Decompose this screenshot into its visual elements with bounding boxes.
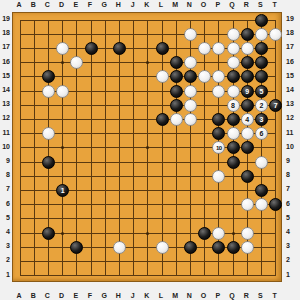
bottom-col-label-M: M — [169, 292, 181, 299]
move-1-stone-black-D7[interactable]: 1 — [56, 184, 69, 197]
stone-white-N16[interactable] — [184, 56, 197, 69]
stone-white-O17[interactable] — [198, 42, 211, 55]
move-4-stone-white-R12[interactable]: 4 — [241, 113, 254, 126]
star-point-D4 — [61, 232, 64, 235]
stone-black-M14[interactable] — [170, 85, 183, 98]
bottom-col-label-J: J — [127, 292, 139, 299]
right-row-label-6: 6 — [286, 200, 299, 207]
grid-line-horizontal-2 — [20, 261, 277, 262]
stone-white-E16[interactable] — [70, 56, 83, 69]
top-col-label-B: B — [27, 1, 39, 8]
top-col-label-C: C — [41, 1, 53, 8]
right-row-label-2: 2 — [286, 256, 299, 263]
left-row-label-10: 10 — [0, 143, 10, 150]
left-row-label-3: 3 — [0, 242, 10, 249]
bottom-col-label-R: R — [240, 292, 252, 299]
stone-black-S17[interactable] — [255, 42, 268, 55]
stone-black-S19[interactable] — [255, 14, 268, 27]
stone-white-D14[interactable] — [56, 85, 69, 98]
star-point-D10 — [61, 146, 64, 149]
move-5-stone-black-S14[interactable]: 5 — [255, 85, 268, 98]
right-row-label-1: 1 — [286, 271, 299, 278]
stone-white-R11[interactable] — [241, 127, 254, 140]
bottom-col-label-N: N — [183, 292, 195, 299]
stone-white-S9[interactable] — [255, 156, 268, 169]
stone-black-P12[interactable] — [212, 113, 225, 126]
top-col-label-Q: Q — [226, 1, 238, 8]
stone-black-N3[interactable] — [184, 241, 197, 254]
stone-black-R8[interactable] — [241, 170, 254, 183]
left-row-label-13: 13 — [0, 100, 10, 107]
stone-black-Q9[interactable] — [227, 156, 240, 169]
stone-black-Q15[interactable] — [227, 70, 240, 83]
bottom-col-label-B: B — [27, 292, 39, 299]
stone-black-M15[interactable] — [170, 70, 183, 83]
top-col-label-E: E — [70, 1, 82, 8]
bottom-col-label-A: A — [13, 292, 25, 299]
move-6-stone-white-S11[interactable]: 6 — [255, 127, 268, 140]
stone-black-T6[interactable] — [269, 198, 282, 211]
bottom-col-label-P: P — [212, 292, 224, 299]
stone-white-C11[interactable] — [42, 127, 55, 140]
grid-line-horizontal-8 — [20, 176, 277, 177]
stone-black-M13[interactable] — [170, 99, 183, 112]
stone-black-Q10[interactable] — [227, 141, 240, 154]
stone-white-P15[interactable] — [212, 70, 225, 83]
star-point-K16 — [146, 61, 149, 64]
top-col-label-L: L — [155, 1, 167, 8]
left-row-label-19: 19 — [0, 15, 10, 22]
stone-black-L12[interactable] — [156, 113, 169, 126]
left-row-label-8: 8 — [0, 171, 10, 178]
right-row-label-3: 3 — [286, 242, 299, 249]
bottom-col-label-O: O — [198, 292, 210, 299]
stone-black-Q12[interactable] — [227, 113, 240, 126]
stone-white-Q11[interactable] — [227, 127, 240, 140]
grid-line-horizontal-6 — [20, 204, 277, 205]
left-row-label-7: 7 — [0, 185, 10, 192]
left-row-label-2: 2 — [0, 256, 10, 263]
grid-line-vertical-L — [162, 20, 163, 277]
stone-black-F17[interactable] — [85, 42, 98, 55]
top-col-label-H: H — [112, 1, 124, 8]
right-row-label-16: 16 — [286, 58, 299, 65]
stone-white-P14[interactable] — [212, 85, 225, 98]
right-row-label-5: 5 — [286, 214, 299, 221]
left-row-label-4: 4 — [0, 228, 10, 235]
go-diagram-frame: 95827436101 AABBCCDDEEFFGGHHJJKKLLMMNNOO… — [0, 0, 300, 300]
stone-black-R16[interactable] — [241, 56, 254, 69]
stone-white-Q18[interactable] — [227, 28, 240, 41]
stone-white-L3[interactable] — [156, 241, 169, 254]
top-col-label-G: G — [98, 1, 110, 8]
top-col-label-O: O — [198, 1, 210, 8]
star-point-Q4 — [232, 232, 235, 235]
top-col-label-A: A — [13, 1, 25, 8]
left-row-label-1: 1 — [0, 271, 10, 278]
right-row-label-10: 10 — [286, 143, 299, 150]
right-row-label-8: 8 — [286, 171, 299, 178]
stone-white-R17[interactable] — [241, 42, 254, 55]
right-row-label-19: 19 — [286, 15, 299, 22]
go-board[interactable]: 95827436101 — [12, 12, 282, 282]
left-row-label-5: 5 — [0, 214, 10, 221]
stone-white-Q16[interactable] — [227, 56, 240, 69]
bottom-col-label-K: K — [141, 292, 153, 299]
bottom-col-label-Q: Q — [226, 292, 238, 299]
stone-black-O4[interactable] — [198, 227, 211, 240]
top-col-label-F: F — [84, 1, 96, 8]
top-col-label-R: R — [240, 1, 252, 8]
stone-white-C14[interactable] — [42, 85, 55, 98]
left-row-label-6: 6 — [0, 200, 10, 207]
stone-black-R10[interactable] — [241, 141, 254, 154]
stone-white-N13[interactable] — [184, 99, 197, 112]
stone-black-R13[interactable] — [241, 99, 254, 112]
right-row-label-13: 13 — [286, 100, 299, 107]
right-row-label-15: 15 — [286, 72, 299, 79]
stone-white-R4[interactable] — [241, 227, 254, 240]
grid-line-horizontal-1 — [20, 275, 277, 276]
stone-white-S6[interactable] — [255, 198, 268, 211]
bottom-col-label-G: G — [98, 292, 110, 299]
move-9-stone-black-R14[interactable]: 9 — [241, 85, 254, 98]
stone-white-O15[interactable] — [198, 70, 211, 83]
stone-black-R15[interactable] — [241, 70, 254, 83]
right-row-label-14: 14 — [286, 86, 299, 93]
left-row-label-11: 11 — [0, 129, 10, 136]
left-row-label-15: 15 — [0, 72, 10, 79]
stone-black-Q3[interactable] — [227, 241, 240, 254]
left-row-label-12: 12 — [0, 114, 10, 121]
bottom-col-label-F: F — [84, 292, 96, 299]
stone-white-R3[interactable] — [241, 241, 254, 254]
stone-white-P17[interactable] — [212, 42, 225, 55]
stone-black-C15[interactable] — [42, 70, 55, 83]
right-row-label-4: 4 — [286, 228, 299, 235]
stone-black-P11[interactable] — [212, 127, 225, 140]
move-10-stone-white-P10[interactable]: 10 — [212, 141, 225, 154]
stone-black-R18[interactable] — [241, 28, 254, 41]
stone-black-C9[interactable] — [42, 156, 55, 169]
left-row-label-18: 18 — [0, 29, 10, 36]
bottom-col-label-C: C — [41, 292, 53, 299]
move-8-stone-white-Q13[interactable]: 8 — [227, 99, 240, 112]
top-col-label-S: S — [254, 1, 266, 8]
star-point-D16 — [61, 61, 64, 64]
stone-white-P8[interactable] — [212, 170, 225, 183]
grid-line-horizontal-5 — [20, 218, 277, 219]
stone-black-M16[interactable] — [170, 56, 183, 69]
move-2-stone-white-S13[interactable]: 2 — [255, 99, 268, 112]
stone-black-H17[interactable] — [113, 42, 126, 55]
stone-white-Q14[interactable] — [227, 85, 240, 98]
stone-white-L15[interactable] — [156, 70, 169, 83]
bottom-col-label-D: D — [56, 292, 68, 299]
stone-white-S18[interactable] — [255, 28, 268, 41]
left-row-label-17: 17 — [0, 43, 10, 50]
right-row-label-18: 18 — [286, 29, 299, 36]
stone-white-N12[interactable] — [184, 113, 197, 126]
top-col-label-P: P — [212, 1, 224, 8]
stone-white-N18[interactable] — [184, 28, 197, 41]
right-row-label-12: 12 — [286, 114, 299, 121]
stone-black-S15[interactable] — [255, 70, 268, 83]
left-row-label-9: 9 — [0, 157, 10, 164]
move-7-stone-black-T13[interactable]: 7 — [269, 99, 282, 112]
top-col-label-K: K — [141, 1, 153, 8]
right-row-label-9: 9 — [286, 157, 299, 164]
stone-white-M12[interactable] — [170, 113, 183, 126]
left-row-label-14: 14 — [0, 86, 10, 93]
stone-black-P3[interactable] — [212, 241, 225, 254]
stone-black-S16[interactable] — [255, 56, 268, 69]
right-row-label-7: 7 — [286, 185, 299, 192]
stone-black-S7[interactable] — [255, 184, 268, 197]
bottom-col-label-E: E — [70, 292, 82, 299]
bottom-col-label-S: S — [254, 292, 266, 299]
stone-black-N15[interactable] — [184, 70, 197, 83]
bottom-col-label-H: H — [112, 292, 124, 299]
stone-white-T18[interactable] — [269, 28, 282, 41]
move-3-stone-black-S12[interactable]: 3 — [255, 113, 268, 126]
grid-line-vertical-T — [275, 20, 276, 277]
star-point-K4 — [146, 232, 149, 235]
stone-white-R6[interactable] — [241, 198, 254, 211]
stone-white-Q17[interactable] — [227, 42, 240, 55]
bottom-col-label-L: L — [155, 292, 167, 299]
right-row-label-17: 17 — [286, 43, 299, 50]
top-col-label-D: D — [56, 1, 68, 8]
top-col-label-N: N — [183, 1, 195, 8]
right-row-label-11: 11 — [286, 129, 299, 136]
stone-black-E3[interactable] — [70, 241, 83, 254]
stone-white-P4[interactable] — [212, 227, 225, 240]
stone-black-C4[interactable] — [42, 227, 55, 240]
left-row-label-16: 16 — [0, 58, 10, 65]
top-col-label-J: J — [127, 1, 139, 8]
bottom-col-label-T: T — [269, 292, 281, 299]
top-col-label-T: T — [269, 1, 281, 8]
stone-white-H3[interactable] — [113, 241, 126, 254]
star-point-K10 — [146, 146, 149, 149]
stone-white-D17[interactable] — [56, 42, 69, 55]
stone-white-N14[interactable] — [184, 85, 197, 98]
stone-black-L17[interactable] — [156, 42, 169, 55]
top-col-label-M: M — [169, 1, 181, 8]
